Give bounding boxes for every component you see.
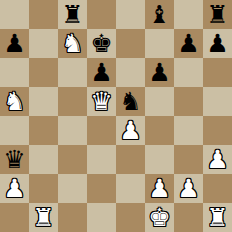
square-h4[interactable]	[203, 116, 232, 145]
square-c3[interactable]	[58, 145, 87, 174]
square-b2[interactable]	[29, 174, 58, 203]
square-d6[interactable]: ♟	[87, 58, 116, 87]
square-d8[interactable]	[87, 0, 116, 29]
square-h2[interactable]	[203, 174, 232, 203]
square-f3[interactable]	[145, 145, 174, 174]
square-d1[interactable]	[87, 203, 116, 232]
square-c5[interactable]	[58, 87, 87, 116]
square-f1[interactable]: ♚	[145, 203, 174, 232]
square-a1[interactable]	[0, 203, 29, 232]
square-c7[interactable]: ♞	[58, 29, 87, 58]
square-b8[interactable]	[29, 0, 58, 29]
piece-black-queen[interactable]: ♛	[3, 145, 25, 174]
square-h5[interactable]	[203, 87, 232, 116]
square-c1[interactable]	[58, 203, 87, 232]
square-a2[interactable]: ♟	[0, 174, 29, 203]
square-f4[interactable]	[145, 116, 174, 145]
square-b6[interactable]	[29, 58, 58, 87]
square-h7[interactable]: ♟	[203, 29, 232, 58]
square-a8[interactable]	[0, 0, 29, 29]
square-e3[interactable]	[116, 145, 145, 174]
square-c8[interactable]: ♜	[58, 0, 87, 29]
square-e1[interactable]	[116, 203, 145, 232]
piece-black-pawn[interactable]: ♟	[177, 29, 199, 58]
square-e6[interactable]	[116, 58, 145, 87]
piece-white-king[interactable]: ♚	[148, 203, 170, 232]
square-f6[interactable]: ♟	[145, 58, 174, 87]
piece-white-rook[interactable]: ♜	[32, 203, 54, 232]
square-d5[interactable]: ♛	[87, 87, 116, 116]
square-h1[interactable]: ♜	[203, 203, 232, 232]
square-c6[interactable]	[58, 58, 87, 87]
square-b3[interactable]	[29, 145, 58, 174]
piece-white-rook[interactable]: ♜	[206, 203, 228, 232]
piece-black-bishop[interactable]: ♝	[148, 0, 170, 29]
square-g5[interactable]	[174, 87, 203, 116]
square-b7[interactable]	[29, 29, 58, 58]
square-e7[interactable]	[116, 29, 145, 58]
piece-white-queen[interactable]: ♛	[90, 87, 112, 116]
square-g1[interactable]	[174, 203, 203, 232]
piece-white-pawn[interactable]: ♟	[177, 174, 199, 203]
piece-white-knight[interactable]: ♞	[3, 87, 25, 116]
square-b4[interactable]	[29, 116, 58, 145]
square-e5[interactable]: ♞	[116, 87, 145, 116]
square-a4[interactable]	[0, 116, 29, 145]
piece-white-knight[interactable]: ♞	[61, 29, 83, 58]
square-g2[interactable]: ♟	[174, 174, 203, 203]
square-e2[interactable]	[116, 174, 145, 203]
square-d7[interactable]: ♚	[87, 29, 116, 58]
square-a3[interactable]: ♛	[0, 145, 29, 174]
piece-white-pawn[interactable]: ♟	[148, 174, 170, 203]
square-e8[interactable]	[116, 0, 145, 29]
piece-black-pawn[interactable]: ♟	[90, 58, 112, 87]
square-c2[interactable]	[58, 174, 87, 203]
square-e4[interactable]: ♟	[116, 116, 145, 145]
square-h3[interactable]: ♟	[203, 145, 232, 174]
piece-black-rook[interactable]: ♜	[61, 0, 83, 29]
piece-black-king[interactable]: ♚	[90, 29, 112, 58]
square-f5[interactable]	[145, 87, 174, 116]
piece-white-pawn[interactable]: ♟	[3, 174, 25, 203]
piece-black-pawn[interactable]: ♟	[206, 29, 228, 58]
square-h6[interactable]	[203, 58, 232, 87]
square-h8[interactable]: ♜	[203, 0, 232, 29]
square-d2[interactable]	[87, 174, 116, 203]
chess-board: ♜♝♜♟♞♚♟♟♟♟♞♛♞♟♛♟♟♟♟♜♚♜	[0, 0, 232, 232]
piece-white-pawn[interactable]: ♟	[119, 116, 141, 145]
piece-white-pawn[interactable]: ♟	[206, 145, 228, 174]
piece-black-pawn[interactable]: ♟	[3, 29, 25, 58]
square-g3[interactable]	[174, 145, 203, 174]
square-f8[interactable]: ♝	[145, 0, 174, 29]
piece-black-pawn[interactable]: ♟	[148, 58, 170, 87]
square-f2[interactable]: ♟	[145, 174, 174, 203]
square-b1[interactable]: ♜	[29, 203, 58, 232]
square-g7[interactable]: ♟	[174, 29, 203, 58]
square-f7[interactable]	[145, 29, 174, 58]
square-c4[interactable]	[58, 116, 87, 145]
square-d4[interactable]	[87, 116, 116, 145]
square-b5[interactable]	[29, 87, 58, 116]
square-d3[interactable]	[87, 145, 116, 174]
square-g6[interactable]	[174, 58, 203, 87]
square-g8[interactable]	[174, 0, 203, 29]
square-a6[interactable]	[0, 58, 29, 87]
piece-black-knight[interactable]: ♞	[119, 87, 141, 116]
square-a5[interactable]: ♞	[0, 87, 29, 116]
piece-black-rook[interactable]: ♜	[206, 0, 228, 29]
square-g4[interactable]	[174, 116, 203, 145]
square-a7[interactable]: ♟	[0, 29, 29, 58]
